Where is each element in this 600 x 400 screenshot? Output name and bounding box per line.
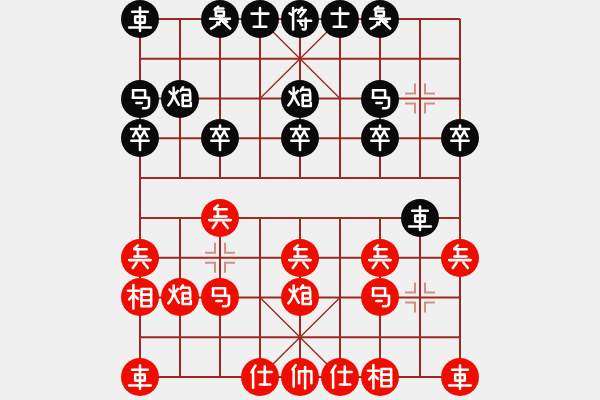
xiangqi-board[interactable] (0, 0, 600, 400)
piece-glyph-cannon (165, 282, 195, 312)
piece-black-horse[interactable] (361, 80, 399, 118)
piece-red-horse[interactable] (361, 278, 399, 316)
piece-glyph-chariot (445, 362, 475, 392)
piece-glyph-cannon (285, 84, 315, 114)
piece-glyph-horse (205, 282, 235, 312)
piece-glyph-soldier (365, 243, 395, 273)
piece-glyph-horse (365, 84, 395, 114)
piece-red-elephant[interactable] (361, 358, 399, 396)
piece-glyph-elephant (125, 282, 155, 312)
piece-red-soldier[interactable] (281, 239, 319, 277)
piece-glyph-elephant (205, 4, 235, 34)
point-marker (205, 263, 215, 273)
piece-black-chariot[interactable] (121, 0, 159, 38)
piece-glyph-advisor (325, 4, 355, 34)
piece-red-soldier[interactable] (121, 239, 159, 277)
piece-glyph-soldier (205, 123, 235, 153)
piece-red-cannon[interactable] (281, 278, 319, 316)
piece-red-soldier[interactable] (361, 239, 399, 277)
piece-glyph-soldier (125, 243, 155, 273)
piece-glyph-chariot (125, 4, 155, 34)
point-marker (225, 243, 235, 253)
point-marker (405, 104, 415, 114)
piece-black-horse[interactable] (121, 80, 159, 118)
piece-glyph-soldier (205, 203, 235, 233)
piece-glyph-advisor (245, 362, 275, 392)
piece-glyph-soldier (445, 243, 475, 273)
piece-black-soldier[interactable] (441, 119, 479, 157)
piece-black-soldier[interactable] (281, 119, 319, 157)
piece-glyph-advisor (245, 4, 275, 34)
piece-black-cannon[interactable] (281, 80, 319, 118)
piece-glyph-cannon (165, 84, 195, 114)
piece-black-advisor[interactable] (321, 0, 359, 38)
board-grid (0, 0, 600, 400)
piece-black-cannon[interactable] (161, 80, 199, 118)
piece-glyph-chariot (125, 362, 155, 392)
point-marker (425, 104, 435, 114)
piece-red-advisor[interactable] (321, 358, 359, 396)
piece-black-soldier[interactable] (361, 119, 399, 157)
piece-red-soldier[interactable] (441, 239, 479, 277)
piece-black-advisor[interactable] (241, 0, 279, 38)
piece-red-elephant[interactable] (121, 278, 159, 316)
piece-red-advisor[interactable] (241, 358, 279, 396)
piece-black-soldier[interactable] (121, 119, 159, 157)
piece-glyph-soldier (365, 123, 395, 153)
piece-glyph-chariot (405, 203, 435, 233)
piece-red-general[interactable] (281, 358, 319, 396)
point-marker (405, 84, 415, 94)
piece-glyph-horse (125, 84, 155, 114)
piece-red-horse[interactable] (201, 278, 239, 316)
piece-glyph-horse (365, 282, 395, 312)
point-marker (405, 282, 415, 292)
piece-red-chariot[interactable] (441, 358, 479, 396)
point-marker (425, 282, 435, 292)
piece-glyph-soldier (285, 123, 315, 153)
piece-glyph-cannon (285, 282, 315, 312)
point-marker (205, 243, 215, 253)
piece-black-general[interactable] (281, 0, 319, 38)
piece-black-elephant[interactable] (201, 0, 239, 38)
piece-black-chariot[interactable] (401, 199, 439, 237)
point-marker (425, 84, 435, 94)
piece-red-chariot[interactable] (121, 358, 159, 396)
xiangqi-app-window (0, 0, 600, 400)
point-marker (405, 302, 415, 312)
piece-glyph-soldier (125, 123, 155, 153)
piece-glyph-elephant (365, 4, 395, 34)
piece-glyph-soldier (445, 123, 475, 153)
piece-black-elephant[interactable] (361, 0, 399, 38)
piece-glyph-general (285, 4, 315, 34)
piece-black-soldier[interactable] (201, 119, 239, 157)
piece-glyph-soldier (285, 243, 315, 273)
piece-red-cannon[interactable] (161, 278, 199, 316)
point-marker (425, 302, 435, 312)
piece-red-soldier[interactable] (201, 199, 239, 237)
piece-glyph-advisor (325, 362, 355, 392)
piece-glyph-general (285, 362, 315, 392)
piece-glyph-elephant (365, 362, 395, 392)
point-marker (225, 263, 235, 273)
